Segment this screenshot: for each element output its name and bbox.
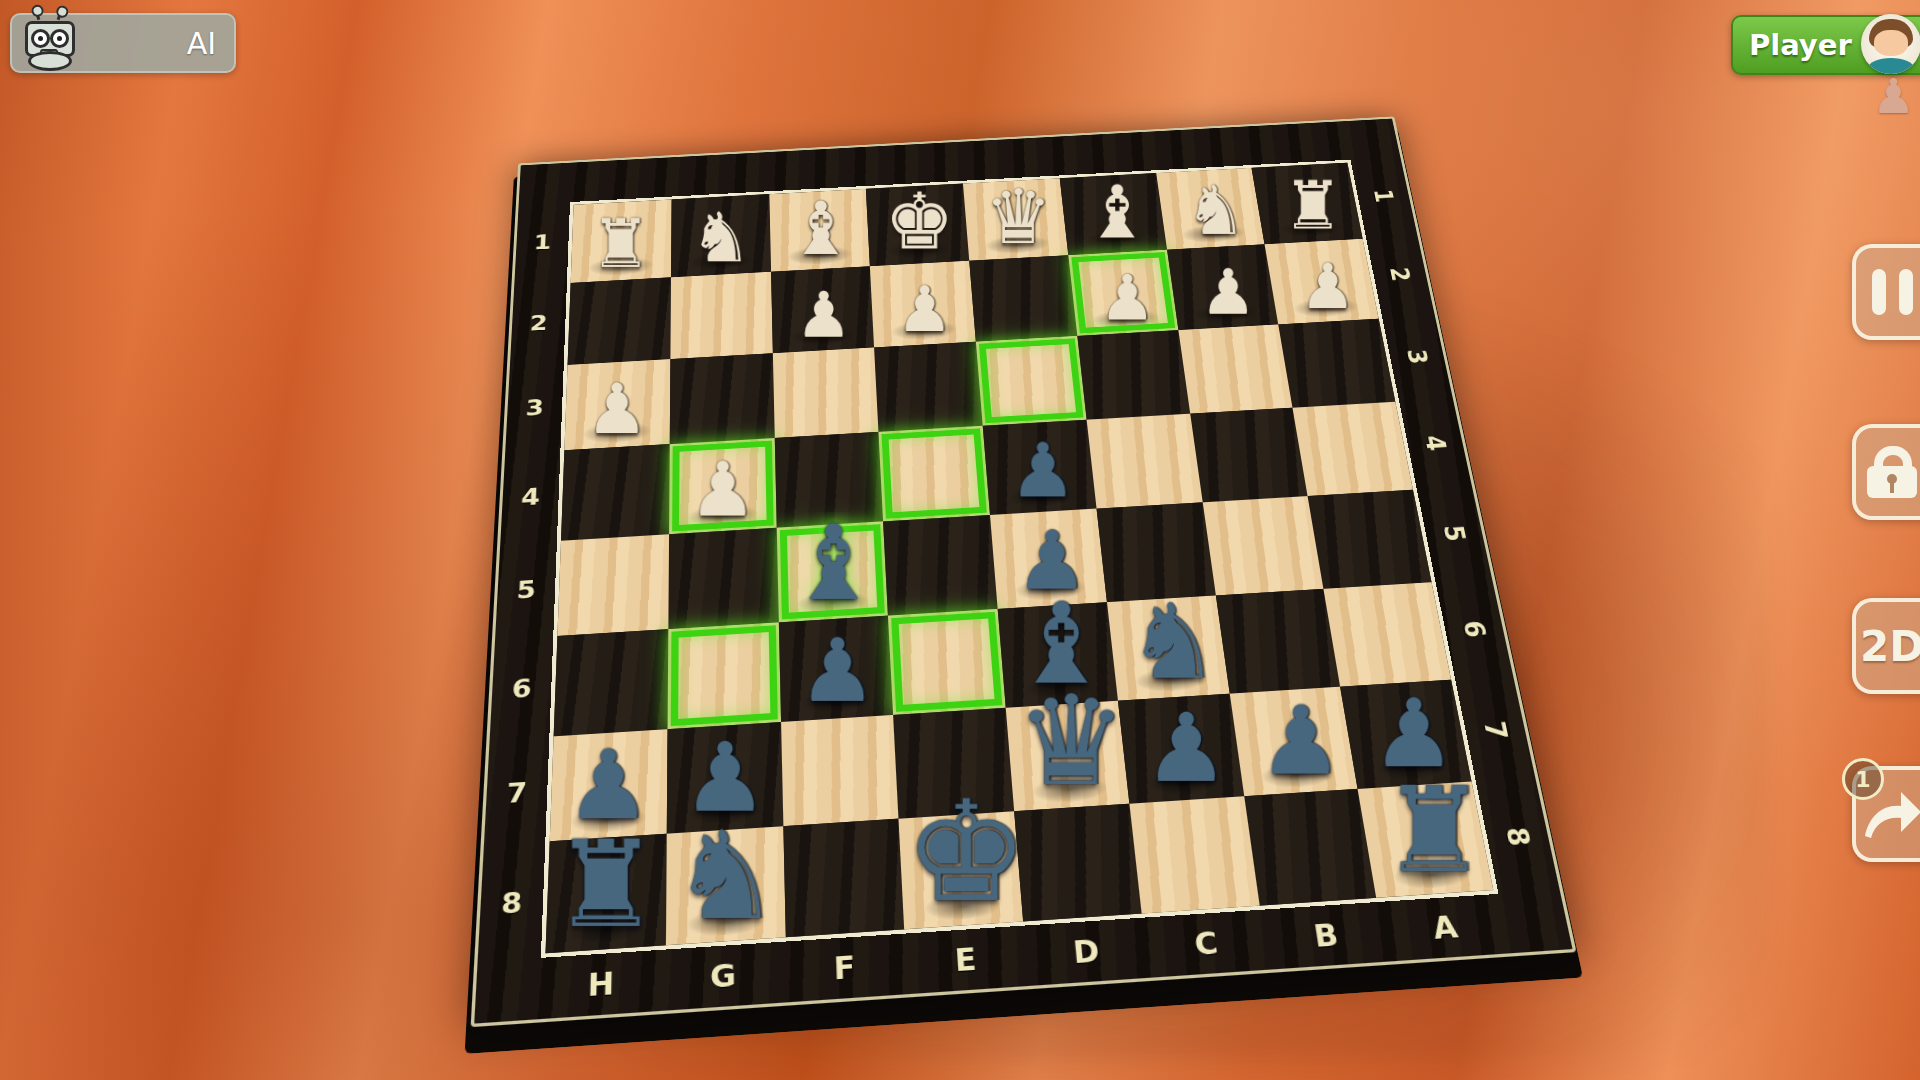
captured-white-pawn-icon: ♟	[1872, 72, 1915, 120]
ai-player-plate: AI	[10, 13, 236, 73]
square-f1[interactable]: ♝	[769, 189, 870, 272]
square-c3[interactable]	[1077, 330, 1190, 420]
square-a4[interactable]	[1293, 402, 1413, 496]
square-g1[interactable]: ♞	[671, 194, 771, 277]
square-a8[interactable]: ♜	[1358, 782, 1493, 898]
square-d2[interactable]	[969, 255, 1077, 341]
square-a1[interactable]: ♜	[1252, 163, 1363, 244]
coordinate-label: F	[783, 934, 907, 1003]
square-d8[interactable]	[1014, 804, 1141, 921]
square-h8[interactable]: ♜	[546, 834, 667, 953]
square-f6[interactable]: ♟	[778, 615, 893, 721]
square-h5[interactable]	[557, 534, 668, 635]
square-b7[interactable]: ♟	[1229, 686, 1358, 796]
square-c8[interactable]	[1129, 797, 1259, 914]
board-squares: ♜♞♝♚♛♝♞♜♟♟♟♟♟♟♟♟♝♟♟♝♞♟♟♛♟♟♟♜♞♚♜	[546, 163, 1494, 954]
square-b4[interactable]	[1190, 408, 1308, 502]
coordinate-label: 3	[505, 363, 564, 453]
black-bishop[interactable]: ♝	[778, 511, 888, 615]
black-knight[interactable]: ♞	[1117, 589, 1229, 693]
square-f5[interactable]: ♝	[776, 521, 888, 622]
square-g5[interactable]	[668, 528, 778, 629]
coordinate-label: E	[904, 926, 1029, 995]
white-pawn[interactable]: ♟	[1278, 256, 1379, 318]
coordinate-label: 8	[478, 845, 546, 962]
square-g4[interactable]: ♟	[669, 438, 776, 534]
square-b1[interactable]: ♞	[1156, 168, 1265, 250]
board-playing-area: ♜♞♝♚♛♝♞♜♟♟♟♟♟♟♟♟♝♟♟♝♞♟♟♛♟♟♟♜♞♚♜	[541, 160, 1499, 958]
square-e5[interactable]	[883, 515, 997, 615]
redo-count-badge: 1	[1842, 758, 1884, 800]
coordinate-label: 6	[490, 637, 554, 742]
white-pawn[interactable]: ♟	[874, 278, 976, 341]
player1-plate: Player 1	[1731, 15, 1920, 75]
coordinate-label: 7	[484, 738, 550, 849]
coordinate-label: C	[1143, 910, 1270, 978]
square-a2[interactable]: ♟	[1265, 239, 1379, 324]
square-a5[interactable]	[1308, 490, 1432, 589]
lock-icon	[1867, 446, 1917, 498]
coordinate-label: 1	[514, 202, 570, 284]
square-e8[interactable]: ♚	[899, 811, 1023, 929]
pause-button[interactable]	[1852, 244, 1920, 340]
square-e1[interactable]: ♚	[866, 184, 969, 267]
square-f2[interactable]: ♟	[771, 266, 875, 353]
white-queen[interactable]: ♛	[969, 180, 1068, 255]
chess-board-scene: 12345678 12345678 HGFEDCBA ♜♞♝♚♛♝♞♜♟♟♟♟♟…	[471, 116, 1577, 1027]
white-pawn[interactable]: ♟	[772, 284, 874, 347]
square-f8[interactable]	[783, 819, 905, 937]
square-h6[interactable]	[554, 629, 668, 736]
view-2d-button[interactable]: 2D	[1852, 598, 1920, 694]
square-f3[interactable]	[772, 347, 878, 438]
white-king[interactable]: ♚	[870, 182, 969, 260]
square-b5[interactable]	[1202, 496, 1323, 595]
square-c1[interactable]: ♝	[1060, 173, 1167, 255]
coordinate-label: G	[662, 942, 785, 1011]
square-c7[interactable]: ♟	[1118, 693, 1244, 804]
coordinate-label: D	[1023, 918, 1149, 986]
white-pawn[interactable]: ♟	[1177, 261, 1278, 323]
square-h2[interactable]	[568, 277, 671, 364]
boy-avatar-icon	[1861, 14, 1920, 74]
coordinate-label: H	[538, 950, 662, 1019]
view-2d-label: 2D	[1860, 622, 1920, 671]
white-pawn[interactable]: ♟	[669, 452, 776, 527]
square-a3[interactable]	[1278, 318, 1395, 408]
robot-icon	[20, 9, 78, 73]
redo-button[interactable]: 1	[1852, 766, 1920, 862]
square-b3[interactable]	[1178, 324, 1293, 414]
white-bishop[interactable]: ♝	[1068, 176, 1167, 249]
square-d4[interactable]: ♟	[983, 420, 1097, 515]
square-c2[interactable]: ♟	[1068, 250, 1178, 336]
coordinate-label: 5	[495, 541, 557, 641]
coordinate-label: B	[1262, 902, 1391, 970]
black-pawn[interactable]: ♟	[1128, 701, 1243, 796]
white-pawn[interactable]: ♟	[1076, 267, 1177, 330]
coordinate-label: 4	[500, 450, 560, 545]
white-bishop[interactable]: ♝	[771, 192, 870, 266]
square-h3[interactable]: ♟	[564, 359, 670, 451]
pause-icon	[1872, 269, 1913, 315]
square-b2[interactable]: ♟	[1167, 244, 1279, 330]
black-knight[interactable]: ♞	[666, 815, 785, 937]
board-frame: 12345678 12345678 HGFEDCBA ♜♞♝♚♛♝♞♜♟♟♟♟♟…	[471, 116, 1577, 1027]
square-g6[interactable]	[667, 622, 780, 729]
white-knight[interactable]: ♞	[671, 202, 771, 271]
square-e4[interactable]	[879, 426, 990, 521]
square-e3[interactable]	[874, 341, 982, 432]
square-b8[interactable]	[1244, 789, 1377, 906]
white-knight[interactable]: ♞	[1166, 175, 1265, 243]
black-pawn[interactable]: ♟	[990, 434, 1097, 509]
square-g3[interactable]	[670, 353, 775, 444]
square-c4[interactable]	[1086, 414, 1202, 509]
square-b6[interactable]	[1215, 589, 1340, 694]
coordinate-label: A	[1380, 894, 1510, 962]
square-g2[interactable]	[670, 272, 772, 359]
square-e6[interactable]	[888, 609, 1005, 715]
black-pawn[interactable]: ♟	[781, 627, 894, 715]
white-pawn[interactable]: ♟	[565, 374, 670, 444]
black-rook[interactable]: ♜	[546, 825, 666, 945]
square-f7[interactable]	[781, 714, 899, 826]
black-queen[interactable]: ♛	[1014, 679, 1129, 803]
coordinate-label: 2	[510, 281, 567, 367]
white-rook[interactable]: ♜	[1264, 172, 1363, 238]
white-rook[interactable]: ♜	[571, 210, 671, 277]
black-king[interactable]: ♚	[904, 782, 1023, 921]
square-a6[interactable]	[1324, 582, 1451, 686]
lock-button[interactable]	[1852, 424, 1920, 520]
square-h1[interactable]: ♜	[571, 199, 672, 282]
square-g8[interactable]: ♞	[666, 826, 786, 945]
black-pawn[interactable]: ♟	[1243, 694, 1358, 789]
square-d3[interactable]	[976, 335, 1087, 425]
square-h4[interactable]	[561, 444, 670, 540]
square-d1[interactable]: ♛	[963, 178, 1068, 260]
square-e2[interactable]: ♟	[870, 261, 976, 348]
black-rook[interactable]: ♜	[1375, 772, 1493, 890]
